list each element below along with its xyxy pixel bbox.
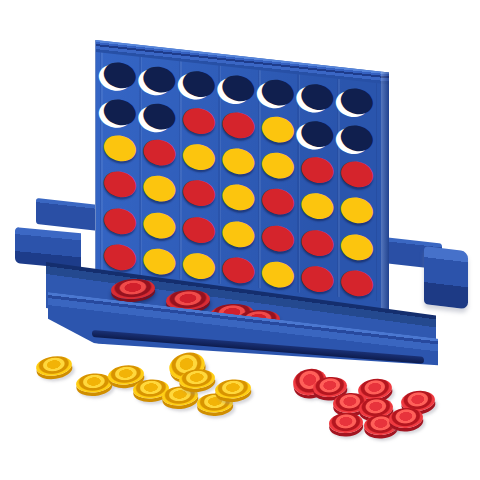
- cell-r6-c2: ●: [140, 239, 180, 280]
- red-disc: ●: [220, 249, 257, 287]
- board: ●●●●●●●●●●●●●●●●●●●●●●●●●●●●●●●●●●●●●●●●…: [95, 40, 389, 312]
- empty-hole: ●: [338, 80, 375, 118]
- loose-yellow-disc: [214, 378, 252, 400]
- red-disc: ●: [259, 181, 296, 219]
- empty-hole: ●: [101, 54, 138, 92]
- red-disc: ●: [299, 149, 336, 187]
- connect-four-product-photo: ●●●●●●●●●●●●●●●●●●●●●●●●●●●●●●●●●●●●●●●●…: [0, 0, 480, 480]
- yellow-disc: ●: [338, 189, 375, 227]
- red-disc: ●: [180, 99, 217, 137]
- empty-hole: ●: [299, 76, 336, 114]
- red-disc: ●: [299, 258, 336, 296]
- cell-r6-c3: ●: [179, 243, 219, 284]
- yellow-disc: ●: [259, 144, 296, 182]
- empty-hole: ●: [180, 63, 217, 101]
- red-disc: ●: [338, 153, 375, 191]
- yellow-disc: ●: [220, 213, 257, 251]
- cell-r1-c3: ●: [179, 61, 219, 102]
- cell-r6-c4: ●: [219, 248, 259, 289]
- board-grid: ●●●●●●●●●●●●●●●●●●●●●●●●●●●●●●●●●●●●●●●●…: [100, 53, 377, 302]
- red-disc: ●: [101, 163, 138, 201]
- red-disc: ●: [141, 131, 178, 169]
- loose-yellow-disc: [35, 354, 73, 378]
- cell-r6-c1: ●: [100, 235, 140, 276]
- yellow-disc: ●: [259, 108, 296, 146]
- empty-hole: ●: [101, 91, 138, 129]
- cell-r6-c5: ●: [258, 252, 298, 293]
- red-disc: ●: [220, 104, 257, 142]
- cell-r1-c1: ●: [100, 53, 140, 94]
- empty-hole: ●: [338, 117, 375, 155]
- cell-r6-c7: ●: [337, 261, 377, 302]
- yellow-disc: ●: [141, 240, 178, 278]
- red-disc: ●: [180, 208, 217, 246]
- yellow-disc: ●: [220, 140, 257, 178]
- red-disc: ●: [299, 221, 336, 259]
- empty-hole: ●: [220, 67, 257, 105]
- yellow-disc: ●: [180, 245, 217, 283]
- tray-right-handle: [424, 246, 468, 309]
- yellow-disc: ●: [180, 136, 217, 174]
- cell-r1-c6: ●: [298, 74, 338, 115]
- loose-red-disc: [328, 412, 363, 434]
- cell-r1-c4: ●: [219, 66, 259, 107]
- red-disc: ●: [101, 200, 138, 238]
- red-disc: ●: [101, 236, 138, 274]
- empty-hole: ●: [259, 72, 296, 110]
- cell-r1-c5: ●: [258, 70, 298, 111]
- cell-r1-c2: ●: [140, 57, 180, 98]
- yellow-disc: ●: [259, 254, 296, 292]
- yellow-disc: ●: [220, 176, 257, 214]
- empty-hole: ●: [141, 95, 178, 133]
- cell-r6-c6: ●: [298, 256, 338, 297]
- loose-red-disc: [388, 407, 424, 430]
- yellow-disc: ●: [141, 204, 178, 242]
- yellow-disc: ●: [141, 168, 178, 206]
- red-disc: ●: [259, 217, 296, 255]
- red-disc: ●: [338, 262, 375, 300]
- red-disc: ●: [180, 172, 217, 210]
- cell-r1-c7: ●: [337, 79, 377, 120]
- yellow-disc: ●: [299, 185, 336, 223]
- empty-hole: ●: [299, 112, 336, 150]
- empty-hole: ●: [141, 58, 178, 96]
- yellow-disc: ●: [338, 226, 375, 264]
- yellow-disc: ●: [101, 127, 138, 165]
